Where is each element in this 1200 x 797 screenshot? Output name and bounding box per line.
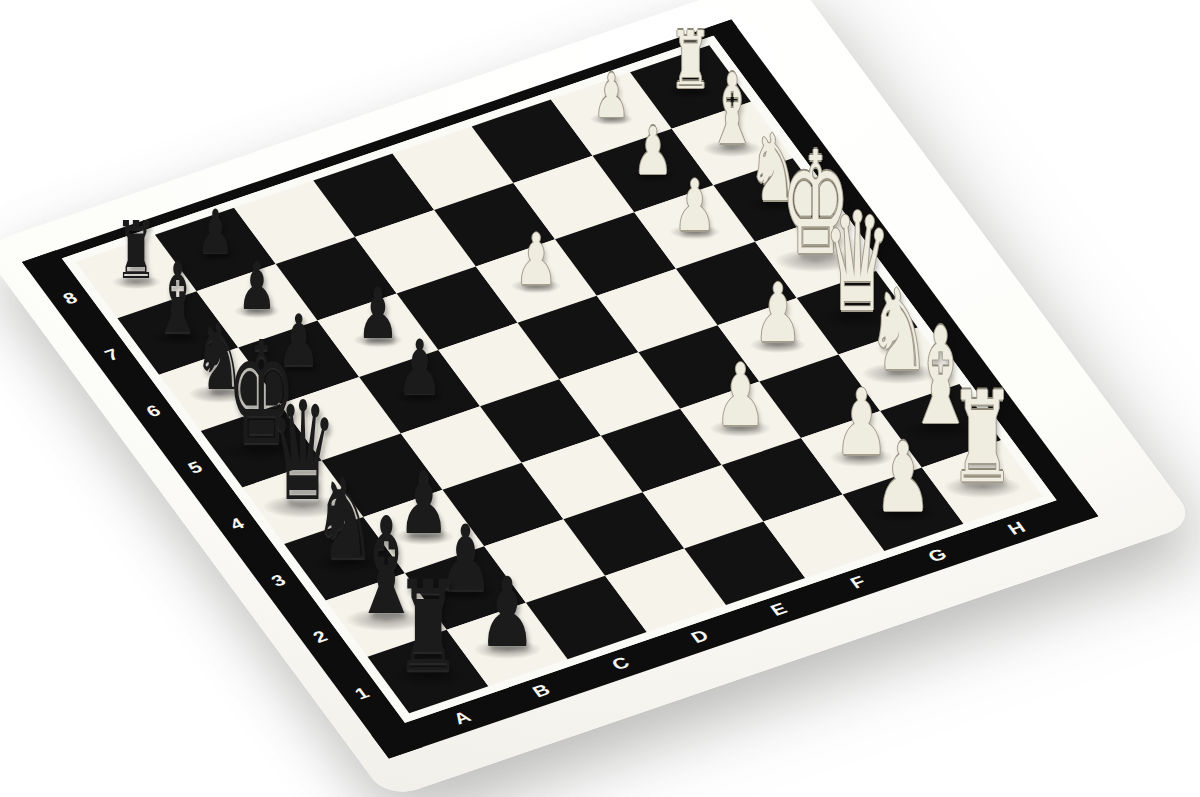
white-pawn-icon: ♟ [715, 353, 767, 439]
white-rook-icon: ♜ [949, 375, 1015, 500]
white-pawn-icon: ♟ [593, 66, 629, 127]
white-pawn-icon: ♟ [874, 430, 932, 526]
chess-photo-scene: 87654321ABCDEFGH ♜♟♝♟♞♟♟♚♜♟♟♛♝♟♟♟♞♞♟♟♝♚♟… [0, 0, 1200, 797]
black-rook-icon: ♜ [115, 211, 157, 290]
white-pawn-icon: ♟ [673, 170, 715, 241]
black-rook-icon: ♜ [395, 565, 461, 690]
white-rook-icon: ♜ [670, 22, 712, 101]
black-pawn-icon: ♟ [357, 278, 399, 349]
white-pawn-icon: ♟ [515, 224, 557, 295]
white-pawn-icon: ♟ [754, 274, 802, 355]
black-pawn-icon: ♟ [478, 565, 536, 661]
white-pawn-icon: ♟ [633, 118, 672, 184]
black-pawn-icon: ♟ [397, 330, 442, 406]
